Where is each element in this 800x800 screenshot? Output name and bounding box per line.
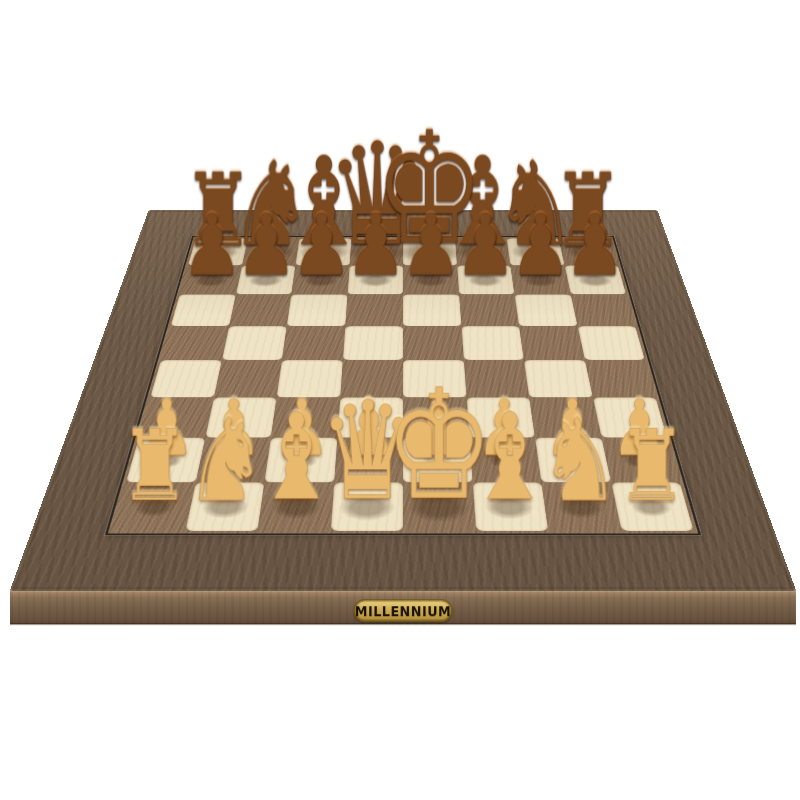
- square-f6[interactable]: [459, 294, 519, 325]
- product-photo: ♜♞♝♛♚♝♞♜♟♟♟♟♟♟♟♟♟♟♟♟♟♟♟♟♜♞♝♛♚♝♞♜ MILLENN…: [0, 0, 800, 800]
- square-h5[interactable]: [577, 326, 645, 360]
- playing-area: ♜♞♝♛♚♝♞♜♟♟♟♟♟♟♟♟♟♟♟♟♟♟♟♟♜♞♝♛♚♝♞♜: [105, 236, 701, 535]
- white-knight-g1[interactable]: ♞: [530, 402, 631, 517]
- square-b5[interactable]: [222, 326, 287, 360]
- white-knight-b1[interactable]: ♞: [175, 402, 276, 517]
- black-pawn-h7[interactable]: ♟: [557, 203, 632, 288]
- square-b6[interactable]: [229, 294, 292, 325]
- square-c6[interactable]: [287, 294, 347, 325]
- brand-plate-text: MILLENNIUM: [355, 603, 451, 618]
- square-d6[interactable]: [345, 294, 403, 325]
- square-c5[interactable]: [282, 326, 345, 360]
- square-g5[interactable]: [519, 326, 584, 360]
- square-a5[interactable]: [161, 326, 229, 360]
- chessboard-frame: ♜♞♝♛♚♝♞♜♟♟♟♟♟♟♟♟♟♟♟♟♟♟♟♟♜♞♝♛♚♝♞♜ MILLENN…: [10, 210, 797, 591]
- white-king-e1[interactable]: ♚: [371, 368, 505, 520]
- square-a6[interactable]: [171, 294, 236, 325]
- board-front-edge: MILLENNIUM: [10, 590, 796, 624]
- square-h6[interactable]: [570, 294, 635, 325]
- square-e6[interactable]: [403, 294, 461, 325]
- brand-plate: MILLENNIUM: [353, 599, 452, 622]
- square-g6[interactable]: [515, 294, 578, 325]
